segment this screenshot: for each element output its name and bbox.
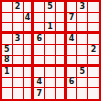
cell-r6c8[interactable] bbox=[77, 56, 88, 67]
cell-r1c7[interactable] bbox=[67, 2, 78, 13]
cell-r7c9[interactable] bbox=[88, 67, 99, 78]
cell-r1c1[interactable] bbox=[2, 2, 13, 13]
cell-r7c7[interactable] bbox=[67, 67, 78, 78]
cell-r4c1[interactable] bbox=[2, 34, 13, 45]
cell-r6c6[interactable] bbox=[56, 56, 67, 67]
cell-r1c5[interactable]: 5 bbox=[45, 2, 56, 13]
cell-r7c8[interactable]: 5 bbox=[77, 67, 88, 78]
cell-r8c8[interactable] bbox=[77, 78, 88, 89]
cell-r4c4[interactable]: 6 bbox=[34, 34, 45, 45]
cell-r5c2[interactable] bbox=[13, 45, 24, 56]
cell-r4c2[interactable]: 3 bbox=[13, 34, 24, 45]
cell-r3c2[interactable] bbox=[13, 23, 24, 34]
cell-r3c9[interactable] bbox=[88, 23, 99, 34]
cell-r3c1[interactable] bbox=[2, 23, 13, 34]
cell-r9c4[interactable]: 7 bbox=[34, 88, 45, 99]
cell-r4c7[interactable]: 4 bbox=[67, 34, 78, 45]
cell-r3c4[interactable] bbox=[34, 23, 45, 34]
cell-r8c9[interactable] bbox=[88, 78, 99, 89]
cell-r5c7[interactable] bbox=[67, 45, 78, 56]
cell-r4c6[interactable] bbox=[56, 34, 67, 45]
cell-r3c6[interactable] bbox=[56, 23, 67, 34]
cell-r6c2[interactable] bbox=[13, 56, 24, 67]
cell-r3c5[interactable]: 1 bbox=[45, 23, 56, 34]
cell-r9c1[interactable] bbox=[2, 88, 13, 99]
cell-r5c8[interactable] bbox=[77, 45, 88, 56]
cell-r4c5[interactable] bbox=[45, 34, 56, 45]
cell-r9c6[interactable] bbox=[56, 88, 67, 99]
cell-r9c8[interactable] bbox=[77, 88, 88, 99]
cell-r6c3[interactable] bbox=[24, 56, 35, 67]
cell-r2c6[interactable] bbox=[56, 13, 67, 24]
cell-r2c1[interactable] bbox=[2, 13, 13, 24]
cell-r7c2[interactable] bbox=[13, 67, 24, 78]
cell-r5c5[interactable] bbox=[45, 45, 56, 56]
cell-r9c2[interactable] bbox=[13, 88, 24, 99]
cell-r8c2[interactable] bbox=[13, 78, 24, 89]
cell-r2c8[interactable] bbox=[77, 13, 88, 24]
cell-r7c5[interactable] bbox=[45, 67, 56, 78]
cell-r1c8[interactable]: 3 bbox=[77, 2, 88, 13]
cell-r6c7[interactable] bbox=[67, 56, 78, 67]
cell-r2c9[interactable] bbox=[88, 13, 99, 24]
cell-r8c7[interactable]: 6 bbox=[67, 78, 78, 89]
cell-r3c3[interactable] bbox=[24, 23, 35, 34]
cell-r7c4[interactable] bbox=[34, 67, 45, 78]
cell-r1c9[interactable] bbox=[88, 2, 99, 13]
cell-r8c3[interactable] bbox=[24, 78, 35, 89]
cell-r1c6[interactable] bbox=[56, 2, 67, 13]
cell-r3c7[interactable] bbox=[67, 23, 78, 34]
cell-r6c4[interactable] bbox=[34, 56, 45, 67]
cell-r8c6[interactable] bbox=[56, 78, 67, 89]
cell-r4c3[interactable] bbox=[24, 34, 35, 45]
cell-r9c3[interactable] bbox=[24, 88, 35, 99]
cell-r6c5[interactable] bbox=[45, 56, 56, 67]
cell-r2c3[interactable]: 4 bbox=[24, 13, 35, 24]
cell-r8c4[interactable]: 4 bbox=[34, 78, 45, 89]
cell-r5c4[interactable] bbox=[34, 45, 45, 56]
cell-r4c8[interactable] bbox=[77, 34, 88, 45]
cell-r9c9[interactable] bbox=[88, 88, 99, 99]
cell-r7c3[interactable] bbox=[24, 67, 35, 78]
sudoku-board: 25347136452815467 bbox=[0, 0, 101, 101]
cell-r5c9[interactable]: 2 bbox=[88, 45, 99, 56]
cell-r2c4[interactable] bbox=[34, 13, 45, 24]
cell-r8c5[interactable] bbox=[45, 78, 56, 89]
cell-r1c2[interactable]: 2 bbox=[13, 2, 24, 13]
cell-r7c1[interactable]: 1 bbox=[2, 67, 13, 78]
cell-r1c3[interactable] bbox=[24, 2, 35, 13]
cell-r5c3[interactable] bbox=[24, 45, 35, 56]
cell-r2c7[interactable]: 7 bbox=[67, 13, 78, 24]
cell-r8c1[interactable] bbox=[2, 78, 13, 89]
cell-r6c9[interactable] bbox=[88, 56, 99, 67]
cell-r7c6[interactable] bbox=[56, 67, 67, 78]
cell-r5c6[interactable] bbox=[56, 45, 67, 56]
cell-r6c1[interactable]: 8 bbox=[2, 56, 13, 67]
cell-r9c5[interactable] bbox=[45, 88, 56, 99]
cell-r3c8[interactable] bbox=[77, 23, 88, 34]
cell-r9c7[interactable] bbox=[67, 88, 78, 99]
cell-r4c9[interactable] bbox=[88, 34, 99, 45]
cell-r2c2[interactable] bbox=[13, 13, 24, 24]
cell-r1c4[interactable] bbox=[34, 2, 45, 13]
